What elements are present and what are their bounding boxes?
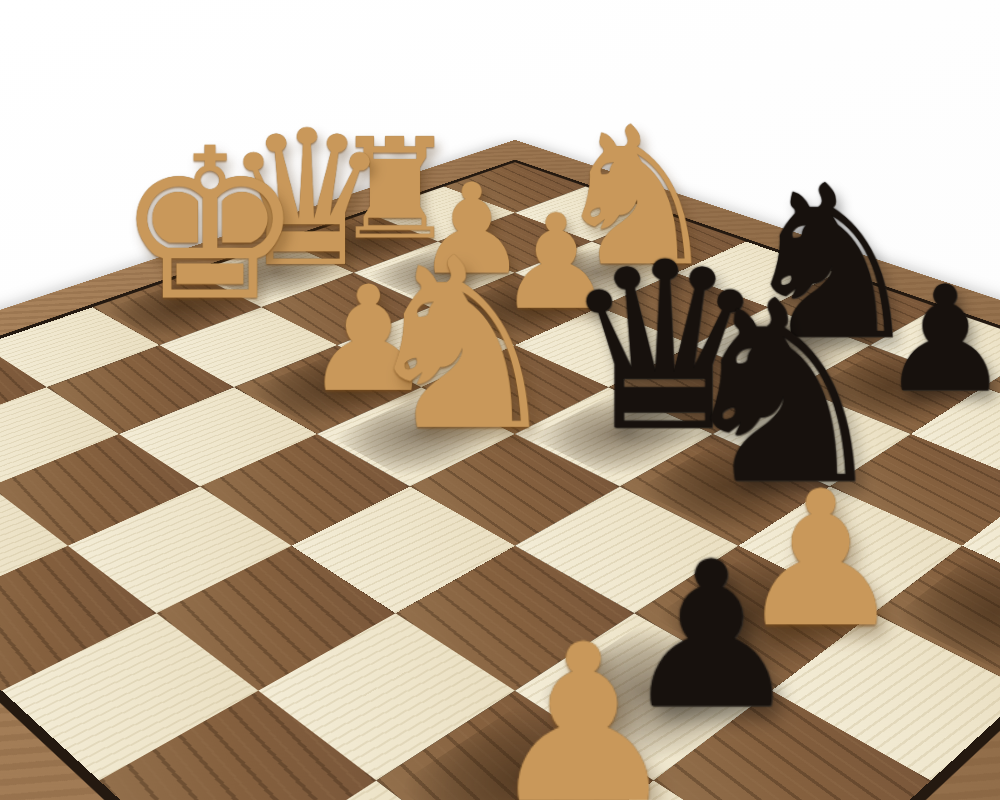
chess-board-3d: ♚♛♜♟♟♟♞♞♛♞♞♟♟♟♟♜ [0,140,1000,800]
white-queen: ♛ [223,111,391,289]
black-knight-shadow [706,305,888,388]
square-f4: ♞ [620,434,830,546]
square-d6 [200,434,410,546]
photo-stage: ♚♛♜♟♟♟♞♞♛♞♞♟♟♟♟♜ [0,0,1000,800]
board-grid: ♚♛♜♟♟♟♞♞♛♞♞♟♟♟♟♜ [0,162,1000,800]
board-frame: ♚♛♜♟♟♟♞♞♛♞♞♟♟♟♟♜ [0,140,1000,800]
